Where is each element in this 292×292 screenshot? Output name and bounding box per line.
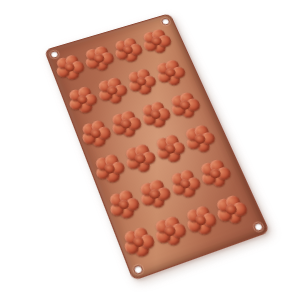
silicone-mold-tray (44, 13, 270, 281)
photo-background (0, 0, 292, 292)
cavity-grid (44, 13, 270, 281)
